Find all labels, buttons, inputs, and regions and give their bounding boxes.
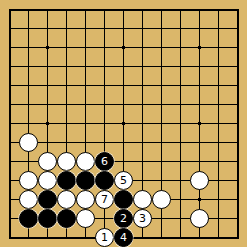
move-1-white-stone: 1 [95,228,114,247]
white-stone [19,190,38,209]
stones-layer: 6572314 [0,0,247,247]
white-stone [190,171,209,190]
go-board: 6572314 [0,0,247,247]
black-stone [57,209,76,228]
move-3-white-stone: 3 [133,209,152,228]
white-stone [76,152,95,171]
black-stone [57,171,76,190]
black-stone [38,209,57,228]
black-stone [95,171,114,190]
white-stone [76,190,95,209]
black-stone [19,209,38,228]
move-2-black-stone: 2 [114,209,133,228]
move-6-black-stone: 6 [95,152,114,171]
white-stone [57,190,76,209]
white-stone [19,171,38,190]
white-stone [133,190,152,209]
move-7-white-stone: 7 [95,190,114,209]
white-stone [38,152,57,171]
black-stone [76,171,95,190]
white-stone [152,190,171,209]
move-4-black-stone: 4 [114,228,133,247]
white-stone [76,209,95,228]
white-stone [38,171,57,190]
white-stone [19,133,38,152]
white-stone [190,209,209,228]
black-stone [38,190,57,209]
black-stone [114,190,133,209]
move-5-white-stone: 5 [114,171,133,190]
white-stone [57,152,76,171]
